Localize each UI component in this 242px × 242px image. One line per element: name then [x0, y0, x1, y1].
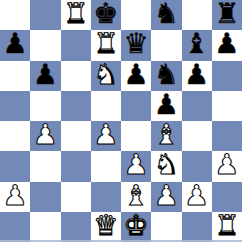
- square-c8[interactable]: ♜: [61, 0, 91, 30]
- piece-black-pawn: ♟: [3, 30, 28, 58]
- piece-white-pawn: ♟: [214, 151, 239, 179]
- square-f8[interactable]: ♞: [151, 0, 181, 30]
- square-b5[interactable]: [30, 91, 60, 121]
- piece-black-pawn: ♟: [154, 91, 179, 119]
- square-b1[interactable]: [30, 212, 60, 242]
- square-d7[interactable]: ♜: [91, 30, 121, 60]
- piece-black-pawn: ♟: [214, 30, 239, 58]
- square-h6[interactable]: [212, 61, 242, 91]
- square-f1[interactable]: [151, 212, 181, 242]
- square-e8[interactable]: [121, 0, 151, 30]
- square-g7[interactable]: ♝: [182, 30, 212, 60]
- square-a7[interactable]: ♟: [0, 30, 30, 60]
- square-b4[interactable]: ♟: [30, 121, 60, 151]
- square-a2[interactable]: ♟: [0, 182, 30, 212]
- piece-white-knight: ♞: [154, 151, 179, 179]
- square-c1[interactable]: [61, 212, 91, 242]
- piece-white-pawn: ♟: [3, 182, 28, 210]
- square-a5[interactable]: [0, 91, 30, 121]
- piece-black-knight: ♞: [154, 0, 179, 28]
- square-h7[interactable]: ♟: [212, 30, 242, 60]
- square-d3[interactable]: [91, 151, 121, 181]
- piece-white-king: ♚: [124, 212, 149, 240]
- piece-black-bishop: ♝: [184, 30, 209, 58]
- square-a1[interactable]: [0, 212, 30, 242]
- square-g4[interactable]: [182, 121, 212, 151]
- square-h3[interactable]: ♟: [212, 151, 242, 181]
- square-a6[interactable]: [0, 61, 30, 91]
- piece-white-bishop: ♝: [154, 121, 179, 149]
- square-g2[interactable]: ♟: [182, 182, 212, 212]
- square-a3[interactable]: [0, 151, 30, 181]
- piece-black-pawn: ♟: [184, 61, 209, 89]
- square-c4[interactable]: [61, 121, 91, 151]
- square-f5[interactable]: ♟: [151, 91, 181, 121]
- piece-white-rook: ♜: [93, 30, 118, 58]
- piece-black-pawn: ♟: [124, 61, 149, 89]
- square-e7[interactable]: ♛: [121, 30, 151, 60]
- square-g6[interactable]: ♟: [182, 61, 212, 91]
- chess-board: ♜♚♞♜♟♜♛♝♟♟♞♟♞♟♟♟♟♝♟♞♟♟♝♟♟♛♚♜: [0, 0, 242, 242]
- square-h2[interactable]: [212, 182, 242, 212]
- square-c2[interactable]: [61, 182, 91, 212]
- square-g3[interactable]: [182, 151, 212, 181]
- square-c7[interactable]: [61, 30, 91, 60]
- square-g5[interactable]: [182, 91, 212, 121]
- piece-white-pawn: ♟: [184, 182, 209, 210]
- square-b7[interactable]: [30, 30, 60, 60]
- square-b6[interactable]: ♟: [30, 61, 60, 91]
- square-e1[interactable]: ♚: [121, 212, 151, 242]
- square-a4[interactable]: [0, 121, 30, 151]
- piece-black-pawn: ♟: [33, 61, 58, 89]
- square-d6[interactable]: ♞: [91, 61, 121, 91]
- piece-white-pawn: ♟: [33, 121, 58, 149]
- piece-black-queen: ♛: [124, 30, 149, 58]
- piece-black-king: ♚: [93, 0, 118, 28]
- square-e3[interactable]: ♟: [121, 151, 151, 181]
- square-c5[interactable]: [61, 91, 91, 121]
- square-e4[interactable]: [121, 121, 151, 151]
- square-g8[interactable]: [182, 0, 212, 30]
- square-c6[interactable]: [61, 61, 91, 91]
- square-b8[interactable]: [30, 0, 60, 30]
- piece-white-pawn: ♟: [124, 151, 149, 179]
- piece-white-pawn: ♟: [154, 182, 179, 210]
- square-a8[interactable]: [0, 0, 30, 30]
- square-b3[interactable]: [30, 151, 60, 181]
- piece-black-rook: ♜: [214, 0, 239, 28]
- square-h4[interactable]: [212, 121, 242, 151]
- piece-black-knight: ♞: [154, 61, 179, 89]
- square-e2[interactable]: ♝: [121, 182, 151, 212]
- piece-white-knight: ♞: [93, 61, 118, 89]
- square-f2[interactable]: ♟: [151, 182, 181, 212]
- piece-white-rook: ♜: [214, 212, 239, 240]
- square-h5[interactable]: [212, 91, 242, 121]
- piece-white-pawn: ♟: [93, 121, 118, 149]
- square-d8[interactable]: ♚: [91, 0, 121, 30]
- square-f6[interactable]: ♞: [151, 61, 181, 91]
- square-d2[interactable]: [91, 182, 121, 212]
- square-d1[interactable]: ♛: [91, 212, 121, 242]
- square-g1[interactable]: [182, 212, 212, 242]
- square-f4[interactable]: ♝: [151, 121, 181, 151]
- square-c3[interactable]: [61, 151, 91, 181]
- square-e6[interactable]: ♟: [121, 61, 151, 91]
- square-h8[interactable]: ♜: [212, 0, 242, 30]
- piece-white-bishop: ♝: [124, 182, 149, 210]
- square-f7[interactable]: [151, 30, 181, 60]
- square-e5[interactable]: [121, 91, 151, 121]
- square-b2[interactable]: [30, 182, 60, 212]
- square-d5[interactable]: [91, 91, 121, 121]
- square-f3[interactable]: ♞: [151, 151, 181, 181]
- piece-white-queen: ♛: [93, 212, 118, 240]
- piece-white-rook: ♜: [63, 0, 88, 28]
- square-h1[interactable]: ♜: [212, 212, 242, 242]
- square-d4[interactable]: ♟: [91, 121, 121, 151]
